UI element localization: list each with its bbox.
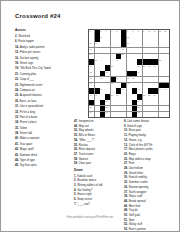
grid-cell[interactable]	[143, 42, 148, 47]
cell-number: 22	[122, 54, 124, 56]
footer-credit: Free printable courtesy of PrintItFree.n…	[1, 216, 179, 219]
cell-number: 31	[154, 65, 156, 67]
grid-cell[interactable]	[95, 71, 100, 76]
grid-cell[interactable]	[116, 36, 121, 41]
grid-cell[interactable]	[159, 54, 164, 59]
grid-cell[interactable]	[132, 83, 137, 88]
grid-cell[interactable]: 9	[143, 30, 148, 35]
grid-cell[interactable]	[105, 88, 110, 93]
grid-cell[interactable]	[159, 112, 164, 117]
grid-cell[interactable]	[105, 42, 110, 47]
grid-cell[interactable]	[132, 42, 137, 47]
clue-number: 32.	[15, 110, 20, 114]
grid-cell[interactable]	[100, 83, 105, 88]
grid-cell[interactable]	[153, 106, 158, 111]
grid-cell[interactable]: 33	[105, 71, 110, 76]
grid-cell[interactable]	[121, 65, 126, 70]
clue-across-31: 31. Like a spreadsheet	[15, 105, 69, 108]
grid-cell[interactable]	[148, 106, 153, 111]
grid-cell[interactable]	[159, 65, 164, 70]
grid-cell[interactable]: 16	[89, 42, 94, 47]
grid-cell[interactable]	[143, 54, 148, 59]
grid-cell[interactable]	[153, 100, 158, 105]
clue-down-32: 32. Summer cooler	[124, 181, 172, 184]
grid-cell[interactable]	[121, 77, 126, 82]
clue-down-3: 3. Writing tablets of old	[74, 184, 120, 187]
grid-cell[interactable]	[111, 100, 116, 105]
clue-number: 41.	[15, 142, 20, 146]
clue-number: 6.	[74, 197, 77, 201]
cell-number: 28	[138, 65, 140, 67]
grid-cell[interactable]: 3	[105, 30, 110, 35]
grid-cell[interactable]: 58	[105, 106, 110, 111]
grid-cell[interactable]: 14	[100, 36, 105, 41]
clue-across-57: 57. Track event	[74, 153, 120, 156]
grid-cell[interactable]: 53	[148, 94, 153, 99]
grid-cell[interactable]	[100, 42, 105, 47]
grid-cell[interactable]: 35	[89, 77, 94, 82]
clue-number: 30.	[124, 175, 129, 179]
grid-cell[interactable]: 1	[89, 30, 94, 35]
clue-number: 46.	[124, 204, 129, 208]
clue-number: 2.	[74, 178, 77, 182]
clue-number: 18.	[15, 61, 20, 65]
clue-number: 27.	[124, 161, 129, 165]
black-cell	[95, 30, 100, 35]
grid-cell[interactable]: 13	[164, 30, 169, 35]
grid-cell[interactable]	[95, 100, 100, 105]
grid-cell[interactable]: 61	[105, 112, 110, 117]
grid-cell[interactable]	[132, 65, 137, 70]
grid-cell[interactable]	[127, 100, 132, 105]
clue-across-42: 42. Magic spell	[15, 148, 69, 151]
grid-cell[interactable]	[95, 77, 100, 82]
grid-cell[interactable]	[95, 54, 100, 59]
black-cell	[100, 112, 105, 117]
cell-number: 26	[90, 65, 92, 67]
black-cell	[111, 77, 116, 82]
grid-cell[interactable]	[164, 77, 169, 82]
clue-number: 44.	[15, 158, 20, 162]
cell-number: 33	[106, 71, 108, 73]
grid-cell[interactable]: 45	[137, 88, 142, 93]
grid-cell[interactable]	[153, 83, 158, 88]
grid-cell[interactable]: 54	[153, 94, 158, 99]
grid-cell[interactable]: 43	[100, 88, 105, 93]
clue-number: 52.	[124, 222, 129, 226]
black-cell	[95, 88, 100, 93]
clue-number: 57.	[74, 152, 79, 156]
grid-cell[interactable]	[143, 36, 148, 41]
clue-number: 2.	[15, 34, 18, 38]
grid-cell[interactable]	[116, 42, 121, 47]
grid-cell[interactable]: 60	[89, 112, 94, 117]
grid-cell[interactable]	[143, 48, 148, 53]
grid-cell[interactable]: 8	[137, 30, 142, 35]
grid-cell[interactable]: 19	[89, 48, 94, 53]
grid-cell[interactable]: 39	[132, 77, 137, 82]
clue-number: 31.	[15, 104, 20, 108]
grid-cell[interactable]	[153, 54, 158, 59]
grid-cell[interactable]	[132, 59, 137, 64]
grid-cell[interactable]	[153, 71, 158, 76]
grid-cell[interactable]: 52	[143, 94, 148, 99]
clue-number: 21.	[15, 72, 20, 76]
grid-cell[interactable]: 10	[148, 30, 153, 35]
grid-cell[interactable]: 34	[137, 71, 142, 76]
grid-cell[interactable]	[100, 65, 105, 70]
grid-cell[interactable]: 48	[89, 94, 94, 99]
grid-cell[interactable]	[89, 36, 94, 41]
clue-across-59: 59. Chair part	[74, 162, 120, 165]
black-cell	[121, 42, 126, 47]
grid-cell[interactable]: 37	[116, 77, 121, 82]
grid-cell[interactable]	[127, 112, 132, 117]
grid-cell[interactable]: 17	[95, 42, 100, 47]
grid-cell[interactable]: 40	[89, 83, 94, 88]
grid-cell[interactable]	[111, 106, 116, 111]
grid-cell[interactable]	[100, 94, 105, 99]
grid-cell[interactable]	[164, 42, 169, 47]
grid-cell[interactable]	[159, 36, 164, 41]
grid-cell[interactable]	[148, 48, 153, 53]
grid-cell[interactable]	[148, 54, 153, 59]
grid-cell[interactable]	[116, 83, 121, 88]
grid-cell[interactable]: 5	[116, 30, 121, 35]
cell-number: 46	[159, 88, 161, 90]
grid-cell[interactable]	[137, 36, 142, 41]
cell-number: 27	[111, 65, 113, 67]
cell-number: 62	[138, 112, 140, 114]
grid-cell[interactable]	[127, 48, 132, 53]
cell-number: 29	[143, 65, 145, 67]
black-cell	[89, 59, 94, 64]
grid-cell[interactable]	[127, 88, 132, 93]
grid-cell[interactable]	[105, 48, 110, 53]
grid-cell[interactable]	[159, 94, 164, 99]
grid-cell[interactable]	[143, 77, 148, 82]
cell-number: 61	[106, 112, 108, 114]
cell-number: 49	[95, 94, 97, 96]
clue-number: 48.	[124, 208, 129, 212]
grid-cell[interactable]: 32	[89, 71, 94, 76]
grid-cell[interactable]	[111, 88, 116, 93]
grid-cell[interactable]	[153, 36, 158, 41]
black-cell	[95, 36, 100, 41]
grid-cell[interactable]	[111, 54, 116, 59]
grid-cell[interactable]	[164, 54, 169, 59]
grid-cell[interactable]: 20	[121, 48, 126, 53]
clue-number: 54.	[74, 138, 79, 142]
clue-across-24: 24. Compass pt.	[15, 89, 69, 92]
grid-cell[interactable]: 36	[100, 77, 105, 82]
grid-cell[interactable]	[164, 65, 169, 70]
clue-across-6: 6. Pasta topper	[15, 40, 69, 43]
cell-number: 18	[127, 42, 129, 44]
grid-cell[interactable]: 56	[137, 100, 142, 105]
grid-cell[interactable]	[148, 83, 153, 88]
black-cell	[143, 59, 148, 64]
grid-cell[interactable]	[137, 83, 142, 88]
grid-cell[interactable]: 6	[127, 30, 132, 35]
grid-cell[interactable]: 44	[121, 88, 126, 93]
grid-cell[interactable]	[121, 59, 126, 64]
grid-cell[interactable]: 25	[159, 59, 164, 64]
grid-cell[interactable]	[143, 71, 148, 76]
grid-cell[interactable]	[95, 65, 100, 70]
clue-across-15: 15. Poker pot starter	[15, 51, 69, 54]
grid-cell[interactable]: 21	[89, 54, 94, 59]
grid-cell[interactable]: 62	[137, 112, 142, 117]
grid-cell[interactable]	[143, 100, 148, 105]
cell-number: 16	[90, 42, 92, 44]
grid-cell[interactable]	[100, 59, 105, 64]
clue-number: 24.	[15, 88, 20, 92]
grid-cell[interactable]	[111, 59, 116, 64]
grid-cell[interactable]	[127, 65, 132, 70]
clue-number: 7.	[74, 202, 77, 206]
grid-cell[interactable]	[164, 48, 169, 53]
grid-cell[interactable]	[127, 54, 132, 59]
clue-number: 38.	[15, 131, 20, 135]
down-header: Down	[74, 169, 120, 173]
clue-number: 34.	[15, 120, 20, 124]
grid-cell[interactable]	[137, 42, 142, 47]
clue-across-54: 54. "Who, ___?"	[74, 139, 120, 142]
grid-cell[interactable]	[111, 71, 116, 76]
grid-cell[interactable]	[116, 65, 121, 70]
across-header: Across	[15, 29, 69, 33]
black-cell	[132, 112, 137, 117]
grid-cell[interactable]: 18	[127, 42, 132, 47]
grid-cell[interactable]	[159, 42, 164, 47]
cell-number: 32	[90, 71, 92, 73]
grid-cell[interactable]	[148, 36, 153, 41]
black-cell	[121, 30, 126, 35]
grid-cell[interactable]: 2	[100, 30, 105, 35]
grid-cell[interactable]	[164, 36, 169, 41]
grid-cell[interactable]	[148, 71, 153, 76]
grid-cell[interactable]: 29	[143, 65, 148, 70]
clue-across-16: 16. Declare openly	[15, 57, 69, 60]
clue-down-36: 36. Narrow opening	[124, 186, 172, 189]
grid-cell[interactable]: 38	[127, 77, 132, 82]
grid-cell[interactable]	[116, 48, 121, 53]
grid-cell[interactable]	[105, 83, 110, 88]
grid-cell[interactable]	[132, 94, 137, 99]
clue-number: 52.	[74, 128, 79, 132]
grid-cell[interactable]: 59	[137, 106, 142, 111]
grid-cell[interactable]: 27	[111, 65, 116, 70]
grid-cell[interactable]	[116, 100, 121, 105]
clue-number: 11.	[124, 133, 129, 137]
grid-cell[interactable]: 7	[132, 30, 137, 35]
grid-cell[interactable]	[148, 100, 153, 105]
grid-cell[interactable]	[95, 112, 100, 117]
grid-cell[interactable]: 28	[137, 65, 142, 70]
cell-number: 19	[90, 48, 92, 50]
grid-cell[interactable]	[121, 106, 126, 111]
grid-cell[interactable]	[132, 48, 137, 53]
grid-cell[interactable]	[127, 59, 132, 64]
cell-number: 39	[132, 77, 134, 79]
grid-cell[interactable]	[105, 36, 110, 41]
grid-cell[interactable]	[143, 88, 148, 93]
clue-down-17: 17. Most planets' paths	[124, 148, 172, 151]
grid-cell[interactable]: 46	[159, 88, 164, 93]
grid-cell[interactable]	[95, 83, 100, 88]
clue-across-26: 26. Eject, as lava	[15, 100, 69, 103]
grid-cell[interactable]	[116, 106, 121, 111]
cell-number: 38	[127, 77, 129, 79]
black-cell	[89, 100, 94, 105]
grid-cell[interactable]: 31	[153, 65, 158, 70]
grid-cell[interactable]	[159, 77, 164, 82]
black-cell	[137, 59, 142, 64]
grid-cell[interactable]	[164, 94, 169, 99]
grid-cell[interactable]: 23	[95, 59, 100, 64]
grid-cell[interactable]	[105, 77, 110, 82]
grid-cell[interactable]	[100, 54, 105, 59]
grid-cell[interactable]	[137, 54, 142, 59]
grid-cell[interactable]	[127, 106, 132, 111]
clue-down-44: 44. Bread spread	[124, 200, 172, 203]
cell-number: 23	[95, 59, 97, 61]
grid-cell[interactable]: 41	[111, 83, 116, 88]
grid-cell[interactable]	[143, 83, 148, 88]
grid-cell[interactable]	[111, 42, 116, 47]
grid-cell[interactable]: 57	[89, 106, 94, 111]
grid-cell[interactable]	[121, 112, 126, 117]
black-cell	[132, 100, 137, 105]
grid-cell[interactable]: 26	[89, 65, 94, 70]
clue-across-44: 44. Type of type	[15, 159, 69, 162]
grid-cell[interactable]	[121, 100, 126, 105]
black-cell	[121, 36, 126, 41]
grid-cell[interactable]: 30	[148, 65, 153, 70]
grid-cell[interactable]: 49	[95, 94, 100, 99]
grid-cell[interactable]	[164, 71, 169, 76]
grid-cell[interactable]	[164, 106, 169, 111]
grid-cell[interactable]	[111, 112, 116, 117]
clue-number: 3.	[74, 183, 77, 187]
grid-cell[interactable]	[164, 59, 169, 64]
grid-cell[interactable]	[153, 112, 158, 117]
grid-cell[interactable]: 15	[127, 36, 132, 41]
cell-number: 24	[116, 59, 118, 61]
black-cell	[100, 100, 105, 105]
cell-number: 10	[148, 30, 150, 32]
grid-cell[interactable]	[164, 100, 169, 105]
grid-cell[interactable]	[100, 48, 105, 53]
cell-number: 37	[116, 77, 118, 79]
clue-across-47: 47. Inexpensive	[74, 120, 120, 123]
grid-cell[interactable]: 12	[159, 30, 164, 35]
grid-cell[interactable]: 47	[164, 88, 169, 93]
grid-cell[interactable]: 55	[105, 100, 110, 105]
grid-cell[interactable]	[127, 94, 132, 99]
cell-number: 2	[100, 30, 101, 32]
grid-cell[interactable]	[132, 54, 137, 59]
grid-cell[interactable]: 22	[121, 54, 126, 59]
grid-cell[interactable]	[143, 106, 148, 111]
grid-cell[interactable]	[159, 100, 164, 105]
grid-cell[interactable]: 51	[116, 94, 121, 99]
cell-number: 6	[127, 30, 128, 32]
cell-number: 40	[90, 83, 92, 85]
black-cell	[105, 94, 110, 99]
grid-cell[interactable]	[95, 48, 100, 53]
grid-cell[interactable]	[137, 48, 142, 53]
black-cell	[100, 106, 105, 111]
grid-cell[interactable]	[111, 36, 116, 41]
grid-cell[interactable]	[116, 71, 121, 76]
grid-cell[interactable]: 50	[111, 94, 116, 99]
grid-cell[interactable]	[159, 48, 164, 53]
black-cell	[127, 71, 132, 76]
cell-number: 11	[154, 30, 156, 32]
grid-cell[interactable]: 24	[116, 59, 121, 64]
clue-down-39: 39. Ship's staff	[124, 195, 172, 198]
grid-cell[interactable]	[105, 59, 110, 64]
grid-cell[interactable]	[148, 42, 153, 47]
clue-across-25: 25. Acquired relatives	[15, 94, 69, 97]
black-cell	[121, 83, 126, 88]
cell-number: 4	[111, 30, 112, 32]
cell-number: 13	[164, 30, 166, 32]
grid-cell[interactable]	[148, 112, 153, 117]
grid-cell[interactable]	[159, 71, 164, 76]
crossword-page: Crossword #24 Across 2. Sketched6. Pasta…	[0, 0, 180, 232]
clue-number: 6.	[15, 39, 18, 43]
grid-cell[interactable]	[159, 106, 164, 111]
grid-cell[interactable]: 4	[111, 30, 116, 35]
grid-cell[interactable]	[137, 77, 142, 82]
grid-cell[interactable]	[105, 54, 110, 59]
clue-number: 9.	[124, 124, 127, 128]
grid-cell[interactable]	[95, 106, 100, 111]
clue-down-11: 11. Playing hooky	[124, 134, 172, 137]
cell-number: 8	[138, 30, 139, 32]
grid-cell[interactable]	[164, 112, 169, 117]
grid-cell[interactable]	[153, 42, 158, 47]
clue-down-12: 12. Snare, e.g.	[124, 139, 172, 142]
black-cell	[132, 106, 137, 111]
grid-cell[interactable]	[121, 71, 126, 76]
black-cell	[132, 88, 137, 93]
black-cell	[89, 88, 94, 93]
grid-cell[interactable]	[153, 77, 158, 82]
grid-cell[interactable]	[148, 77, 153, 82]
grid-cell[interactable]	[111, 48, 116, 53]
clue-down-6: 6. Soup server	[74, 198, 120, 201]
clue-number: 37.	[124, 190, 129, 194]
grid-cell[interactable]: 42	[127, 83, 132, 88]
grid-cell[interactable]: 11	[153, 30, 158, 35]
cell-number: 5	[116, 30, 117, 32]
clue-number: 25.	[15, 93, 20, 97]
grid-cell[interactable]	[121, 94, 126, 99]
clue-number: 1.	[74, 174, 77, 178]
black-cell	[153, 59, 158, 64]
grid-cell[interactable]	[116, 112, 121, 117]
cell-number: 59	[138, 106, 140, 108]
clue-down-20: 20. Rings	[124, 153, 172, 156]
grid-cell[interactable]	[143, 112, 148, 117]
cell-number: 51	[116, 94, 118, 96]
grid-cell[interactable]	[132, 36, 137, 41]
grid-cell[interactable]	[153, 48, 158, 53]
